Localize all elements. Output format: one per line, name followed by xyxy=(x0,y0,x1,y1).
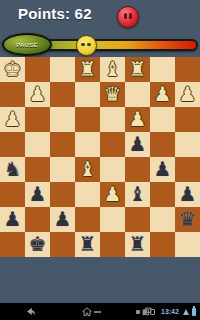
points-label: Points: 62 xyxy=(18,5,92,22)
square-h4[interactable] xyxy=(175,157,200,182)
square-b5[interactable] xyxy=(25,132,50,157)
square-c2[interactable]: ♟ xyxy=(50,207,75,232)
square-c4[interactable] xyxy=(50,157,75,182)
square-d7[interactable] xyxy=(75,82,100,107)
square-f5[interactable]: ♟ xyxy=(125,132,150,157)
square-c1[interactable] xyxy=(50,232,75,257)
storage-icon xyxy=(150,309,155,315)
square-h3[interactable]: ♟ xyxy=(175,182,200,207)
piece-bP-f5[interactable]: ♟ xyxy=(125,132,150,157)
square-a1[interactable] xyxy=(0,232,25,257)
square-g8[interactable] xyxy=(150,57,175,82)
square-e1[interactable] xyxy=(100,232,125,257)
home-icon[interactable] xyxy=(81,306,93,318)
square-d4[interactable]: ♝ xyxy=(75,157,100,182)
piece-wK-a8[interactable]: ♚ xyxy=(0,57,25,82)
square-a5[interactable] xyxy=(0,132,25,157)
square-b2[interactable] xyxy=(25,207,50,232)
piece-wP-e3[interactable]: ♟ xyxy=(100,182,125,207)
square-b8[interactable] xyxy=(25,57,50,82)
square-a7[interactable] xyxy=(0,82,25,107)
wifi-icon xyxy=(183,309,189,315)
piece-bB-f3[interactable]: ♝ xyxy=(125,182,150,207)
square-c7[interactable] xyxy=(50,82,75,107)
square-b6[interactable] xyxy=(25,107,50,132)
square-h7[interactable]: ♟ xyxy=(175,82,200,107)
square-c8[interactable] xyxy=(50,57,75,82)
time-progress-bar: PAUSE xyxy=(0,33,200,57)
square-g3[interactable] xyxy=(150,182,175,207)
square-a3[interactable] xyxy=(0,182,25,207)
square-f8[interactable]: ♜ xyxy=(125,57,150,82)
chess-board: ♚♜♝♜♟♛♟♟♟♟♟♞♝♟♟♟♝♟♟♟♛♚♜♜ xyxy=(0,57,200,257)
piece-bP-c2[interactable]: ♟ xyxy=(50,207,75,232)
piece-bP-a2[interactable]: ♟ xyxy=(0,207,25,232)
square-a8[interactable]: ♚ xyxy=(0,57,25,82)
clock-time[interactable]: 13:42 xyxy=(161,308,179,315)
piece-wP-h7[interactable]: ♟ xyxy=(175,82,200,107)
square-f4[interactable] xyxy=(125,157,150,182)
piece-bK-b1[interactable]: ♚ xyxy=(25,232,50,257)
piece-wB-d4[interactable]: ♝ xyxy=(75,157,100,182)
piece-bQ-h2[interactable]: ♛ xyxy=(175,207,200,232)
square-c6[interactable] xyxy=(50,107,75,132)
piece-wR-d8[interactable]: ♜ xyxy=(75,57,100,82)
notification-icon[interactable] xyxy=(136,310,140,314)
square-g1[interactable] xyxy=(150,232,175,257)
angry-face-eye xyxy=(124,13,127,19)
smiley-eye xyxy=(87,43,91,46)
piece-bP-h3[interactable]: ♟ xyxy=(175,182,200,207)
square-g2[interactable] xyxy=(150,207,175,232)
square-b7[interactable]: ♟ xyxy=(25,82,50,107)
square-d3[interactable] xyxy=(75,182,100,207)
square-e2[interactable] xyxy=(100,207,125,232)
square-a4[interactable]: ♞ xyxy=(0,157,25,182)
square-c5[interactable] xyxy=(50,132,75,157)
square-g4[interactable]: ♟ xyxy=(150,157,175,182)
piece-bP-g4[interactable]: ♟ xyxy=(150,157,175,182)
square-h2[interactable]: ♛ xyxy=(175,207,200,232)
piece-bP-b3[interactable]: ♟ xyxy=(25,182,50,207)
square-f3[interactable]: ♝ xyxy=(125,182,150,207)
nav-center-dash xyxy=(94,311,101,313)
angry-red-face-icon xyxy=(117,6,139,28)
square-e3[interactable]: ♟ xyxy=(100,182,125,207)
square-d5[interactable] xyxy=(75,132,100,157)
piece-wP-a6[interactable]: ♟ xyxy=(0,107,25,132)
pause-button-label: PAUSE xyxy=(16,42,38,48)
square-f6[interactable]: ♟ xyxy=(125,107,150,132)
pause-button[interactable]: PAUSE xyxy=(2,33,52,56)
square-b3[interactable]: ♟ xyxy=(25,182,50,207)
piece-wP-b7[interactable]: ♟ xyxy=(25,82,50,107)
square-e8[interactable]: ♝ xyxy=(100,57,125,82)
square-a6[interactable]: ♟ xyxy=(0,107,25,132)
angry-face-eye xyxy=(129,13,132,19)
piece-bR-d1[interactable]: ♜ xyxy=(75,232,100,257)
piece-bN-a4[interactable]: ♞ xyxy=(0,157,25,182)
square-e4[interactable] xyxy=(100,157,125,182)
square-c3[interactable] xyxy=(50,182,75,207)
square-d1[interactable]: ♜ xyxy=(75,232,100,257)
square-d2[interactable] xyxy=(75,207,100,232)
square-e7[interactable]: ♛ xyxy=(100,82,125,107)
square-d6[interactable] xyxy=(75,107,100,132)
square-b1[interactable]: ♚ xyxy=(25,232,50,257)
piece-wP-f6[interactable]: ♟ xyxy=(125,107,150,132)
notification-icon[interactable] xyxy=(143,310,147,314)
square-h1[interactable] xyxy=(175,232,200,257)
piece-wR-f8[interactable]: ♜ xyxy=(125,57,150,82)
square-f1[interactable]: ♜ xyxy=(125,232,150,257)
square-h6[interactable] xyxy=(175,107,200,132)
smiley-eye xyxy=(81,43,85,46)
square-b4[interactable] xyxy=(25,157,50,182)
square-g5[interactable] xyxy=(150,132,175,157)
square-g7[interactable]: ♟ xyxy=(150,82,175,107)
app-screen: Points: 62 PAUSE ♚♜♝♜♟♛♟♟♟♟♟♞♝♟♟♟♝♟♟♟♛♚♜… xyxy=(0,0,200,320)
square-f7[interactable] xyxy=(125,82,150,107)
square-f2[interactable] xyxy=(125,207,150,232)
android-nav-bar: 13:42 xyxy=(0,303,200,320)
back-icon[interactable] xyxy=(24,306,36,318)
piece-wQ-e7[interactable]: ♛ xyxy=(100,82,125,107)
piece-bR-f1[interactable]: ♜ xyxy=(125,232,150,257)
piece-wB-e8[interactable]: ♝ xyxy=(100,57,125,82)
square-g6[interactable] xyxy=(150,107,175,132)
battery-icon xyxy=(192,308,196,316)
square-e5[interactable] xyxy=(100,132,125,157)
neutral-yellow-face-icon xyxy=(76,35,97,56)
square-e6[interactable] xyxy=(100,107,125,132)
square-h5[interactable] xyxy=(175,132,200,157)
square-d8[interactable]: ♜ xyxy=(75,57,100,82)
square-a2[interactable]: ♟ xyxy=(0,207,25,232)
piece-wP-g7[interactable]: ♟ xyxy=(150,82,175,107)
square-h8[interactable] xyxy=(175,57,200,82)
